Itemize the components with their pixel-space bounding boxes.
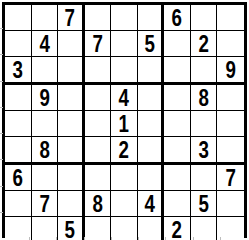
cell-r6c5[interactable]: 2 [111,137,138,165]
cell-r3c7[interactable] [164,57,191,85]
cell-r2c3[interactable] [58,31,85,57]
cell-r8c9[interactable] [217,191,244,217]
cell-r2c7[interactable] [164,31,191,57]
cell-r5c9[interactable] [217,111,244,137]
given-digit: 7 [226,165,236,190]
cell-r7c3[interactable] [58,165,85,191]
cell-r3c2[interactable] [32,57,59,85]
cell-r1c8[interactable] [191,5,218,31]
given-digit: 7 [92,31,102,56]
cell-r6c7[interactable] [164,137,191,165]
background-tick [0,28,3,29]
cell-r6c9[interactable] [217,137,244,165]
cell-r5c2[interactable] [32,111,59,137]
cell-r2c6[interactable]: 5 [138,31,165,57]
given-digit: 4 [119,85,129,110]
cell-r7c2[interactable] [32,165,59,191]
given-digit: 1 [119,111,129,136]
given-digit: 4 [39,31,49,56]
cell-r1c7[interactable]: 6 [164,5,191,31]
given-digit: 2 [172,217,182,240]
cell-r2c5[interactable] [111,31,138,57]
background-tick [0,81,3,82]
given-digit: 7 [65,5,75,30]
given-digit: 2 [198,31,208,56]
background-tick [0,107,3,108]
given-digit: 2 [119,137,129,162]
cell-r1c9[interactable] [217,5,244,31]
cell-r7c4[interactable] [85,165,112,191]
cell-r7c1[interactable]: 6 [5,165,32,191]
cell-r9c9[interactable] [217,217,244,240]
cell-r5c5[interactable]: 1 [111,111,138,137]
given-digit: 7 [39,191,49,216]
given-digit: 5 [198,191,208,216]
cell-r9c1[interactable] [5,217,32,240]
cell-r6c1[interactable] [5,137,32,165]
background-tick [0,133,3,134]
cell-r6c3[interactable] [58,137,85,165]
given-digit: 5 [144,31,154,56]
cell-r7c7[interactable] [164,165,191,191]
cell-r5c7[interactable] [164,111,191,137]
cell-r3c9[interactable]: 9 [217,57,244,85]
cell-r1c4[interactable] [85,5,112,31]
cell-r9c8[interactable] [191,217,218,240]
cell-r8c7[interactable] [164,191,191,217]
cell-r2c2[interactable]: 4 [32,31,59,57]
cell-r7c9[interactable]: 7 [217,165,244,191]
given-digit: 6 [172,5,182,30]
cell-r9c2[interactable] [32,217,59,240]
given-digit: 3 [198,137,208,162]
given-digit: 3 [13,57,23,82]
cell-r5c8[interactable] [191,111,218,137]
cell-r3c8[interactable] [191,57,218,85]
cell-r8c6[interactable]: 4 [138,191,165,217]
cell-r9c5[interactable] [111,217,138,240]
cell-r3c4[interactable] [85,57,112,85]
given-digit: 4 [144,191,154,216]
cell-r6c8[interactable]: 3 [191,137,218,165]
cell-r3c1[interactable]: 3 [5,57,32,85]
cell-r2c8[interactable]: 2 [191,31,218,57]
cell-r8c2[interactable]: 7 [32,191,59,217]
cell-r2c9[interactable] [217,31,244,57]
cell-r4c3[interactable] [58,85,85,111]
cell-r8c4[interactable]: 8 [85,191,112,217]
cell-r3c6[interactable] [138,57,165,85]
cell-r8c5[interactable] [111,191,138,217]
cell-r2c4[interactable]: 7 [85,31,112,57]
cell-r4c1[interactable] [5,85,32,111]
background-tick [0,54,3,55]
cell-r6c2[interactable]: 8 [32,137,59,165]
cell-r7c5[interactable] [111,165,138,191]
cell-r1c6[interactable] [138,5,165,31]
cell-r6c6[interactable] [138,137,165,165]
cell-r4c5[interactable]: 4 [111,85,138,111]
cell-r9c6[interactable] [138,217,165,240]
cell-r4c2[interactable]: 9 [32,85,59,111]
given-digit: 8 [92,191,102,216]
cell-r4c8[interactable]: 8 [191,85,218,111]
background-tick [0,212,3,213]
cell-r5c6[interactable] [138,111,165,137]
cell-r4c9[interactable] [217,85,244,111]
given-digit: 9 [226,57,236,82]
background-tick [0,186,3,187]
cell-r3c3[interactable] [58,57,85,85]
cell-r4c6[interactable] [138,85,165,111]
cell-r7c8[interactable] [191,165,218,191]
cell-r4c7[interactable] [164,85,191,111]
given-digit: 5 [65,217,75,240]
cell-r9c3[interactable]: 5 [58,217,85,240]
cell-r2c1[interactable] [5,31,32,57]
cell-r8c8[interactable]: 5 [191,191,218,217]
cell-r5c4[interactable] [85,111,112,137]
cell-r1c5[interactable] [111,5,138,31]
given-digit: 8 [198,85,208,110]
cell-r9c7[interactable]: 2 [164,217,191,240]
cell-r5c1[interactable] [5,111,32,137]
cell-r1c1[interactable] [5,5,32,31]
cell-r9c4[interactable] [85,217,112,240]
given-digit: 9 [39,85,49,110]
background-tick [0,159,3,160]
given-digit: 6 [13,165,23,190]
cell-r5c3[interactable] [58,111,85,137]
cell-r1c2[interactable] [32,5,59,31]
cell-r3c5[interactable] [111,57,138,85]
cell-r6c4[interactable] [85,137,112,165]
cell-r4c4[interactable] [85,85,112,111]
cell-r7c6[interactable] [138,165,165,191]
cell-r1c3[interactable]: 7 [58,5,85,31]
cell-r8c1[interactable] [5,191,32,217]
sudoku-board: 76475239948182367784552 [2,2,247,238]
given-digit: 8 [39,137,49,162]
cell-r8c3[interactable] [58,191,85,217]
